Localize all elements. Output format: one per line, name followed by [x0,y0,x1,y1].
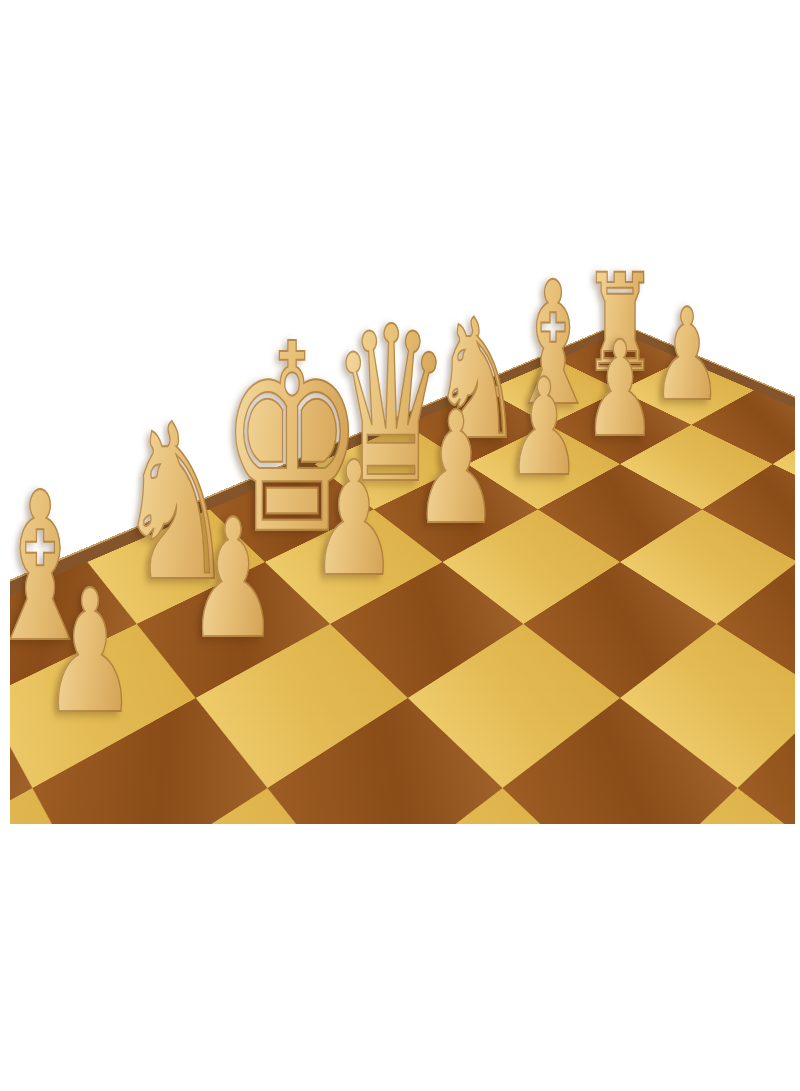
chess-piece-white-pawn-f2: ♟ [507,361,581,495]
chess-piece-white-pawn-h2: ♟ [652,292,723,419]
chess-piece-white-pawn-c2: ♟ [187,498,278,662]
chess-piece-white-pawn-g2: ♟ [583,323,656,455]
chess-piece-white-pawn-e2: ♟ [413,391,499,546]
chess-piece-white-pawn-b2: ♟ [43,567,137,737]
chessboard-photo-crop: ♜♝♞♛♚♞♝♟♟♟♟♟♟♟♟ [10,80,795,824]
product-photo: ♜♝♞♛♚♞♝♟♟♟♟♟♟♟♟ [0,0,800,1091]
chess-piece-white-pawn-d2: ♟ [310,440,398,598]
